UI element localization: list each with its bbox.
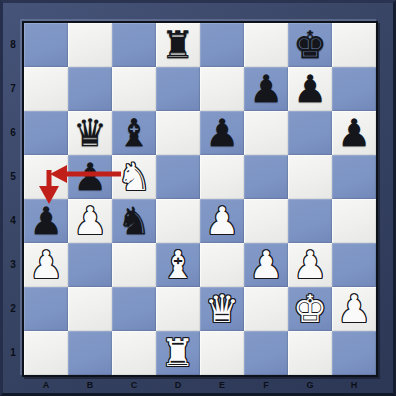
square-e5[interactable] xyxy=(200,155,244,199)
square-a7[interactable] xyxy=(24,67,68,111)
chess-board: ♜♚♟♟♛♝♟♟♟♞♟♟♞♟♟♝♟♟♛♚♟♜ xyxy=(22,21,378,377)
square-b6[interactable]: ♛ xyxy=(68,111,112,155)
piece-black-knight-c4[interactable]: ♞ xyxy=(117,199,151,243)
piece-white-rook-d1[interactable]: ♜ xyxy=(161,331,195,375)
square-a4[interactable]: ♟ xyxy=(24,199,68,243)
square-b5[interactable]: ♟ xyxy=(68,155,112,199)
rank-label-3: 3 xyxy=(5,243,21,287)
square-h1[interactable] xyxy=(332,331,376,375)
piece-white-pawn-h2[interactable]: ♟ xyxy=(337,287,371,331)
square-g1[interactable] xyxy=(288,331,332,375)
square-a2[interactable] xyxy=(24,287,68,331)
file-label-f: F xyxy=(244,378,288,393)
square-h8[interactable] xyxy=(332,23,376,67)
rank-label-8: 8 xyxy=(5,23,21,67)
square-f8[interactable] xyxy=(244,23,288,67)
square-e3[interactable] xyxy=(200,243,244,287)
file-label-h: H xyxy=(332,378,376,393)
file-label-d: D xyxy=(156,378,200,393)
square-f7[interactable]: ♟ xyxy=(244,67,288,111)
square-d5[interactable] xyxy=(156,155,200,199)
square-a6[interactable] xyxy=(24,111,68,155)
rank-label-5: 5 xyxy=(5,155,21,199)
square-d8[interactable]: ♜ xyxy=(156,23,200,67)
square-h4[interactable] xyxy=(332,199,376,243)
square-c6[interactable]: ♝ xyxy=(112,111,156,155)
square-f3[interactable]: ♟ xyxy=(244,243,288,287)
file-label-c: C xyxy=(112,378,156,393)
square-c1[interactable] xyxy=(112,331,156,375)
file-label-a: A xyxy=(24,378,68,393)
square-h2[interactable]: ♟ xyxy=(332,287,376,331)
piece-white-king-g2[interactable]: ♚ xyxy=(293,287,327,331)
square-f6[interactable] xyxy=(244,111,288,155)
piece-white-queen-e2[interactable]: ♛ xyxy=(205,287,239,331)
square-c8[interactable] xyxy=(112,23,156,67)
square-b2[interactable] xyxy=(68,287,112,331)
square-a5[interactable] xyxy=(24,155,68,199)
piece-white-pawn-e4[interactable]: ♟ xyxy=(205,199,239,243)
piece-white-bishop-d3[interactable]: ♝ xyxy=(161,243,195,287)
square-e8[interactable] xyxy=(200,23,244,67)
square-a1[interactable] xyxy=(24,331,68,375)
square-e6[interactable]: ♟ xyxy=(200,111,244,155)
square-g7[interactable]: ♟ xyxy=(288,67,332,111)
square-f5[interactable] xyxy=(244,155,288,199)
square-e4[interactable]: ♟ xyxy=(200,199,244,243)
square-e1[interactable] xyxy=(200,331,244,375)
square-b7[interactable] xyxy=(68,67,112,111)
piece-black-pawn-b5[interactable]: ♟ xyxy=(73,155,107,199)
square-g3[interactable]: ♟ xyxy=(288,243,332,287)
square-d1[interactable]: ♜ xyxy=(156,331,200,375)
file-label-b: B xyxy=(68,378,112,393)
square-c2[interactable] xyxy=(112,287,156,331)
square-a8[interactable] xyxy=(24,23,68,67)
piece-white-pawn-f3[interactable]: ♟ xyxy=(249,243,283,287)
square-g6[interactable] xyxy=(288,111,332,155)
rank-label-7: 7 xyxy=(5,67,21,111)
file-label-e: E xyxy=(200,378,244,393)
square-d6[interactable] xyxy=(156,111,200,155)
square-d4[interactable] xyxy=(156,199,200,243)
square-c5[interactable]: ♞ xyxy=(112,155,156,199)
square-d3[interactable]: ♝ xyxy=(156,243,200,287)
square-a3[interactable]: ♟ xyxy=(24,243,68,287)
square-f4[interactable] xyxy=(244,199,288,243)
piece-black-king-g8[interactable]: ♚ xyxy=(293,23,327,67)
piece-black-pawn-e6[interactable]: ♟ xyxy=(205,111,239,155)
square-b8[interactable] xyxy=(68,23,112,67)
square-f2[interactable] xyxy=(244,287,288,331)
piece-white-pawn-b4[interactable]: ♟ xyxy=(73,199,107,243)
square-h5[interactable] xyxy=(332,155,376,199)
square-d2[interactable] xyxy=(156,287,200,331)
square-g2[interactable]: ♚ xyxy=(288,287,332,331)
square-d7[interactable] xyxy=(156,67,200,111)
square-f1[interactable] xyxy=(244,331,288,375)
rank-label-6: 6 xyxy=(5,111,21,155)
square-g5[interactable] xyxy=(288,155,332,199)
rank-label-1: 1 xyxy=(5,331,21,375)
square-h6[interactable]: ♟ xyxy=(332,111,376,155)
square-b4[interactable]: ♟ xyxy=(68,199,112,243)
piece-white-knight-c5[interactable]: ♞ xyxy=(117,155,151,199)
chess-diagram: ♜♚♟♟♛♝♟♟♟♞♟♟♞♟♟♝♟♟♛♚♟♜ 87654321 ABCDEFGH xyxy=(0,0,396,396)
square-b3[interactable] xyxy=(68,243,112,287)
square-g8[interactable]: ♚ xyxy=(288,23,332,67)
square-c7[interactable] xyxy=(112,67,156,111)
square-h7[interactable] xyxy=(332,67,376,111)
piece-white-pawn-g3[interactable]: ♟ xyxy=(293,243,327,287)
piece-black-pawn-f7[interactable]: ♟ xyxy=(249,67,283,111)
square-e7[interactable] xyxy=(200,67,244,111)
square-g4[interactable] xyxy=(288,199,332,243)
piece-black-pawn-h6[interactable]: ♟ xyxy=(337,111,371,155)
square-e2[interactable]: ♛ xyxy=(200,287,244,331)
board-grid: ♜♚♟♟♛♝♟♟♟♞♟♟♞♟♟♝♟♟♛♚♟♜ xyxy=(24,23,376,375)
square-b1[interactable] xyxy=(68,331,112,375)
piece-black-rook-d8[interactable]: ♜ xyxy=(161,23,195,67)
piece-white-pawn-a3[interactable]: ♟ xyxy=(29,243,63,287)
rank-label-4: 4 xyxy=(5,199,21,243)
square-c4[interactable]: ♞ xyxy=(112,199,156,243)
file-label-g: G xyxy=(288,378,332,393)
piece-black-pawn-a4[interactable]: ♟ xyxy=(29,199,63,243)
piece-black-queen-b6[interactable]: ♛ xyxy=(73,111,107,155)
square-c3[interactable] xyxy=(112,243,156,287)
piece-black-pawn-g7[interactable]: ♟ xyxy=(293,67,327,111)
square-h3[interactable] xyxy=(332,243,376,287)
rank-label-2: 2 xyxy=(5,287,21,331)
piece-black-bishop-c6[interactable]: ♝ xyxy=(117,111,151,155)
